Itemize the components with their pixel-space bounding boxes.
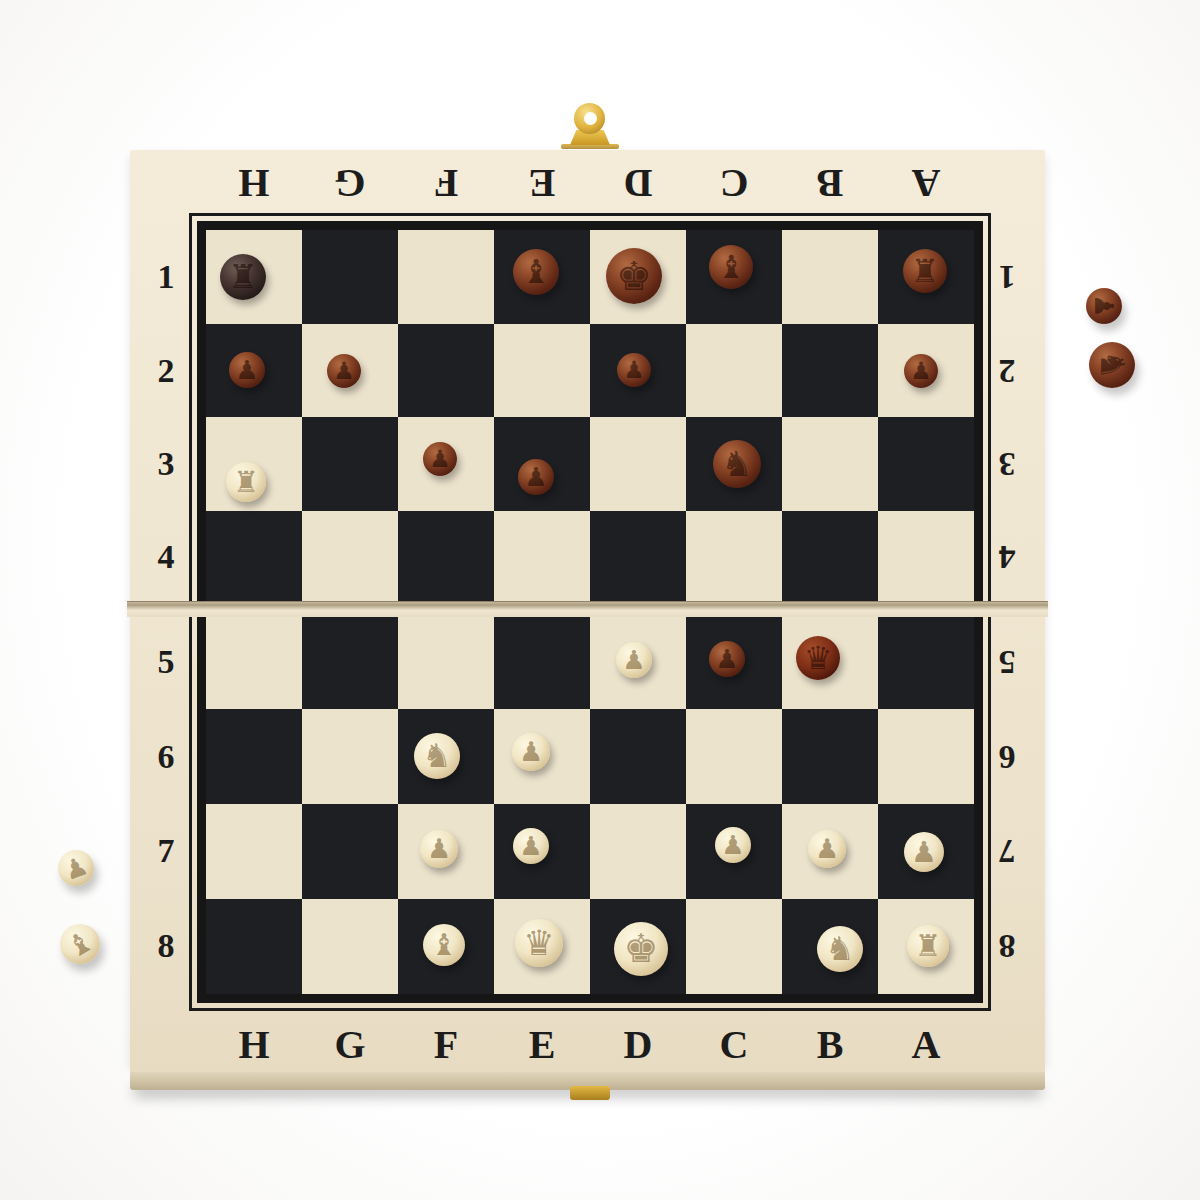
rank-label-left-7: 7 — [158, 832, 175, 870]
pawn-glyph: ♟ — [53, 845, 99, 891]
piece-white-queen-e8[interactable]: ♛ — [515, 919, 563, 967]
board-top-panel-ranks-1-4 — [206, 230, 974, 604]
pawn-glyph: ♟ — [229, 352, 265, 388]
square-a3[interactable] — [878, 417, 974, 511]
piece-white-pawn-d5[interactable]: ♟ — [616, 642, 652, 678]
rank-label-left-6: 6 — [158, 738, 175, 776]
piece-black-pawn-g2[interactable]: ♟ — [327, 354, 361, 388]
rank-label-left-2: 2 — [158, 352, 175, 390]
rank-label-right-7: 7 — [999, 832, 1016, 870]
square-h5[interactable] — [206, 614, 302, 709]
square-f1[interactable] — [398, 230, 494, 324]
rank-label-right-5: 5 — [999, 643, 1016, 681]
square-g3[interactable] — [302, 417, 398, 511]
rook-glyph: ♜ — [903, 249, 947, 293]
piece-black-knight-c3[interactable]: ♞ — [713, 440, 761, 488]
brass-latch-icon — [561, 103, 619, 153]
square-a4[interactable] — [878, 511, 974, 605]
pawn-glyph: ♟ — [904, 354, 938, 388]
piece-white-pawn-b7[interactable]: ♟ — [808, 830, 846, 868]
offboard-white-bishop[interactable]: ♝ — [60, 924, 100, 964]
file-label-bottom-c: C — [720, 1021, 749, 1068]
pawn-glyph: ♟ — [715, 827, 751, 863]
file-label-top-a: A — [912, 160, 941, 207]
pawn-glyph: ♟ — [616, 642, 652, 678]
pawn-glyph: ♟ — [1086, 288, 1122, 324]
piece-black-rook-h1[interactable]: ♜ — [220, 254, 266, 300]
piece-white-pawn-a7[interactable]: ♟ — [904, 832, 944, 872]
rank-label-right-3: 3 — [999, 445, 1016, 483]
rook-glyph: ♜ — [907, 925, 949, 967]
square-d4[interactable] — [590, 511, 686, 605]
piece-black-pawn-h2[interactable]: ♟ — [229, 352, 265, 388]
offboard-white-pawn[interactable]: ♟ — [58, 850, 94, 886]
square-e2[interactable] — [494, 324, 590, 418]
rook-glyph: ♜ — [226, 462, 266, 502]
piece-white-pawn-c7[interactable]: ♟ — [715, 827, 751, 863]
pawn-glyph: ♟ — [709, 641, 745, 677]
bishop-glyph: ♝ — [513, 249, 559, 295]
file-label-bottom-h: H — [238, 1021, 269, 1068]
file-label-bottom-e: E — [529, 1021, 556, 1068]
piece-black-pawn-e3[interactable]: ♟ — [518, 459, 554, 495]
square-f5[interactable] — [398, 614, 494, 709]
rank-label-right-6: 6 — [999, 738, 1016, 776]
square-b1[interactable] — [782, 230, 878, 324]
rank-label-left-8: 8 — [158, 927, 175, 965]
square-c2[interactable] — [686, 324, 782, 418]
file-label-bottom-d: D — [624, 1021, 653, 1068]
pawn-glyph: ♟ — [423, 442, 457, 476]
piece-black-bishop-e1[interactable]: ♝ — [513, 249, 559, 295]
rank-label-right-1: 1 — [999, 258, 1016, 296]
file-label-top-d: D — [624, 160, 653, 207]
square-c4[interactable] — [686, 511, 782, 605]
pawn-glyph: ♟ — [327, 354, 361, 388]
square-b3[interactable] — [782, 417, 878, 511]
piece-black-rook-a1[interactable]: ♜ — [903, 249, 947, 293]
rank-label-right-2: 2 — [999, 352, 1016, 390]
king-glyph: ♚ — [606, 248, 662, 304]
chess-set-photo: HGFEDCBAHGFEDCBA1234567812345678 ♜♝♚♝♜♟♟… — [0, 0, 1200, 1200]
pawn-glyph: ♟ — [904, 832, 944, 872]
piece-white-king-d8[interactable]: ♚ — [614, 922, 668, 976]
queen-glyph: ♛ — [796, 636, 840, 680]
file-label-bottom-b: B — [817, 1021, 844, 1068]
square-c8[interactable] — [686, 899, 782, 994]
knight-glyph: ♞ — [817, 926, 863, 972]
square-b6[interactable] — [782, 709, 878, 804]
square-g5[interactable] — [302, 614, 398, 709]
queen-glyph: ♛ — [515, 919, 563, 967]
piece-black-pawn-d2[interactable]: ♟ — [617, 353, 651, 387]
offboard-black-knight[interactable]: ♞ — [1089, 342, 1135, 388]
piece-white-knight-b8[interactable]: ♞ — [817, 926, 863, 972]
pawn-glyph: ♟ — [512, 733, 550, 771]
piece-black-pawn-f3[interactable]: ♟ — [423, 442, 457, 476]
square-h7[interactable] — [206, 804, 302, 899]
bishop-glyph: ♝ — [53, 917, 108, 972]
square-h6[interactable] — [206, 709, 302, 804]
pawn-glyph: ♟ — [513, 828, 549, 864]
square-g7[interactable] — [302, 804, 398, 899]
piece-white-rook-h3[interactable]: ♜ — [226, 462, 266, 502]
rank-label-left-1: 1 — [158, 258, 175, 296]
rank-label-left-4: 4 — [158, 538, 175, 576]
square-d6[interactable] — [590, 709, 686, 804]
rank-label-left-5: 5 — [158, 643, 175, 681]
brass-latch-bottom-icon — [570, 1086, 610, 1100]
piece-black-queen-b5[interactable]: ♛ — [796, 636, 840, 680]
square-h4[interactable] — [206, 511, 302, 605]
piece-white-pawn-e7[interactable]: ♟ — [513, 828, 549, 864]
file-label-top-e: E — [529, 160, 556, 207]
square-g6[interactable] — [302, 709, 398, 804]
file-label-top-f: F — [434, 160, 458, 207]
knight-glyph: ♞ — [1089, 342, 1135, 388]
square-b4[interactable] — [782, 511, 878, 605]
file-label-bottom-g: G — [334, 1021, 365, 1068]
bishop-glyph: ♝ — [709, 245, 753, 289]
rank-label-right-8: 8 — [999, 927, 1016, 965]
file-label-bottom-f: F — [434, 1021, 458, 1068]
square-f4[interactable] — [398, 511, 494, 605]
square-f2[interactable] — [398, 324, 494, 418]
square-g8[interactable] — [302, 899, 398, 994]
piece-white-bishop-f8[interactable]: ♝ — [423, 924, 465, 966]
knight-glyph: ♞ — [713, 440, 761, 488]
square-e5[interactable] — [494, 614, 590, 709]
square-a6[interactable] — [878, 709, 974, 804]
fold-seam — [127, 601, 1048, 617]
piece-white-knight-f6[interactable]: ♞ — [414, 733, 460, 779]
file-label-top-g: G — [334, 160, 365, 207]
piece-white-pawn-e6[interactable]: ♟ — [512, 733, 550, 771]
square-h8[interactable] — [206, 899, 302, 994]
pawn-glyph: ♟ — [420, 830, 458, 868]
pawn-glyph: ♟ — [518, 459, 554, 495]
piece-black-pawn-c5[interactable]: ♟ — [709, 641, 745, 677]
rank-label-right-4: 4 — [999, 538, 1016, 576]
piece-black-king-d1[interactable]: ♚ — [606, 248, 662, 304]
square-b2[interactable] — [782, 324, 878, 418]
latch-hole — [584, 112, 597, 125]
file-label-top-c: C — [720, 160, 749, 207]
square-d7[interactable] — [590, 804, 686, 899]
piece-black-pawn-a2[interactable]: ♟ — [904, 354, 938, 388]
file-label-top-b: B — [817, 160, 844, 207]
square-d3[interactable] — [590, 417, 686, 511]
knight-glyph: ♞ — [414, 733, 460, 779]
square-c6[interactable] — [686, 709, 782, 804]
bishop-glyph: ♝ — [423, 924, 465, 966]
file-label-bottom-a: A — [912, 1021, 941, 1068]
piece-white-pawn-f7[interactable]: ♟ — [420, 830, 458, 868]
square-e4[interactable] — [494, 511, 590, 605]
square-g4[interactable] — [302, 511, 398, 605]
pawn-glyph: ♟ — [617, 353, 651, 387]
offboard-black-pawn[interactable]: ♟ — [1086, 288, 1122, 324]
file-label-top-h: H — [238, 160, 269, 207]
rank-label-left-3: 3 — [158, 445, 175, 483]
rook-glyph: ♜ — [220, 254, 266, 300]
square-g1[interactable] — [302, 230, 398, 324]
pawn-glyph: ♟ — [808, 830, 846, 868]
piece-black-bishop-c1[interactable]: ♝ — [709, 245, 753, 289]
king-glyph: ♚ — [614, 922, 668, 976]
piece-white-rook-a8[interactable]: ♜ — [907, 925, 949, 967]
square-a5[interactable] — [878, 614, 974, 709]
